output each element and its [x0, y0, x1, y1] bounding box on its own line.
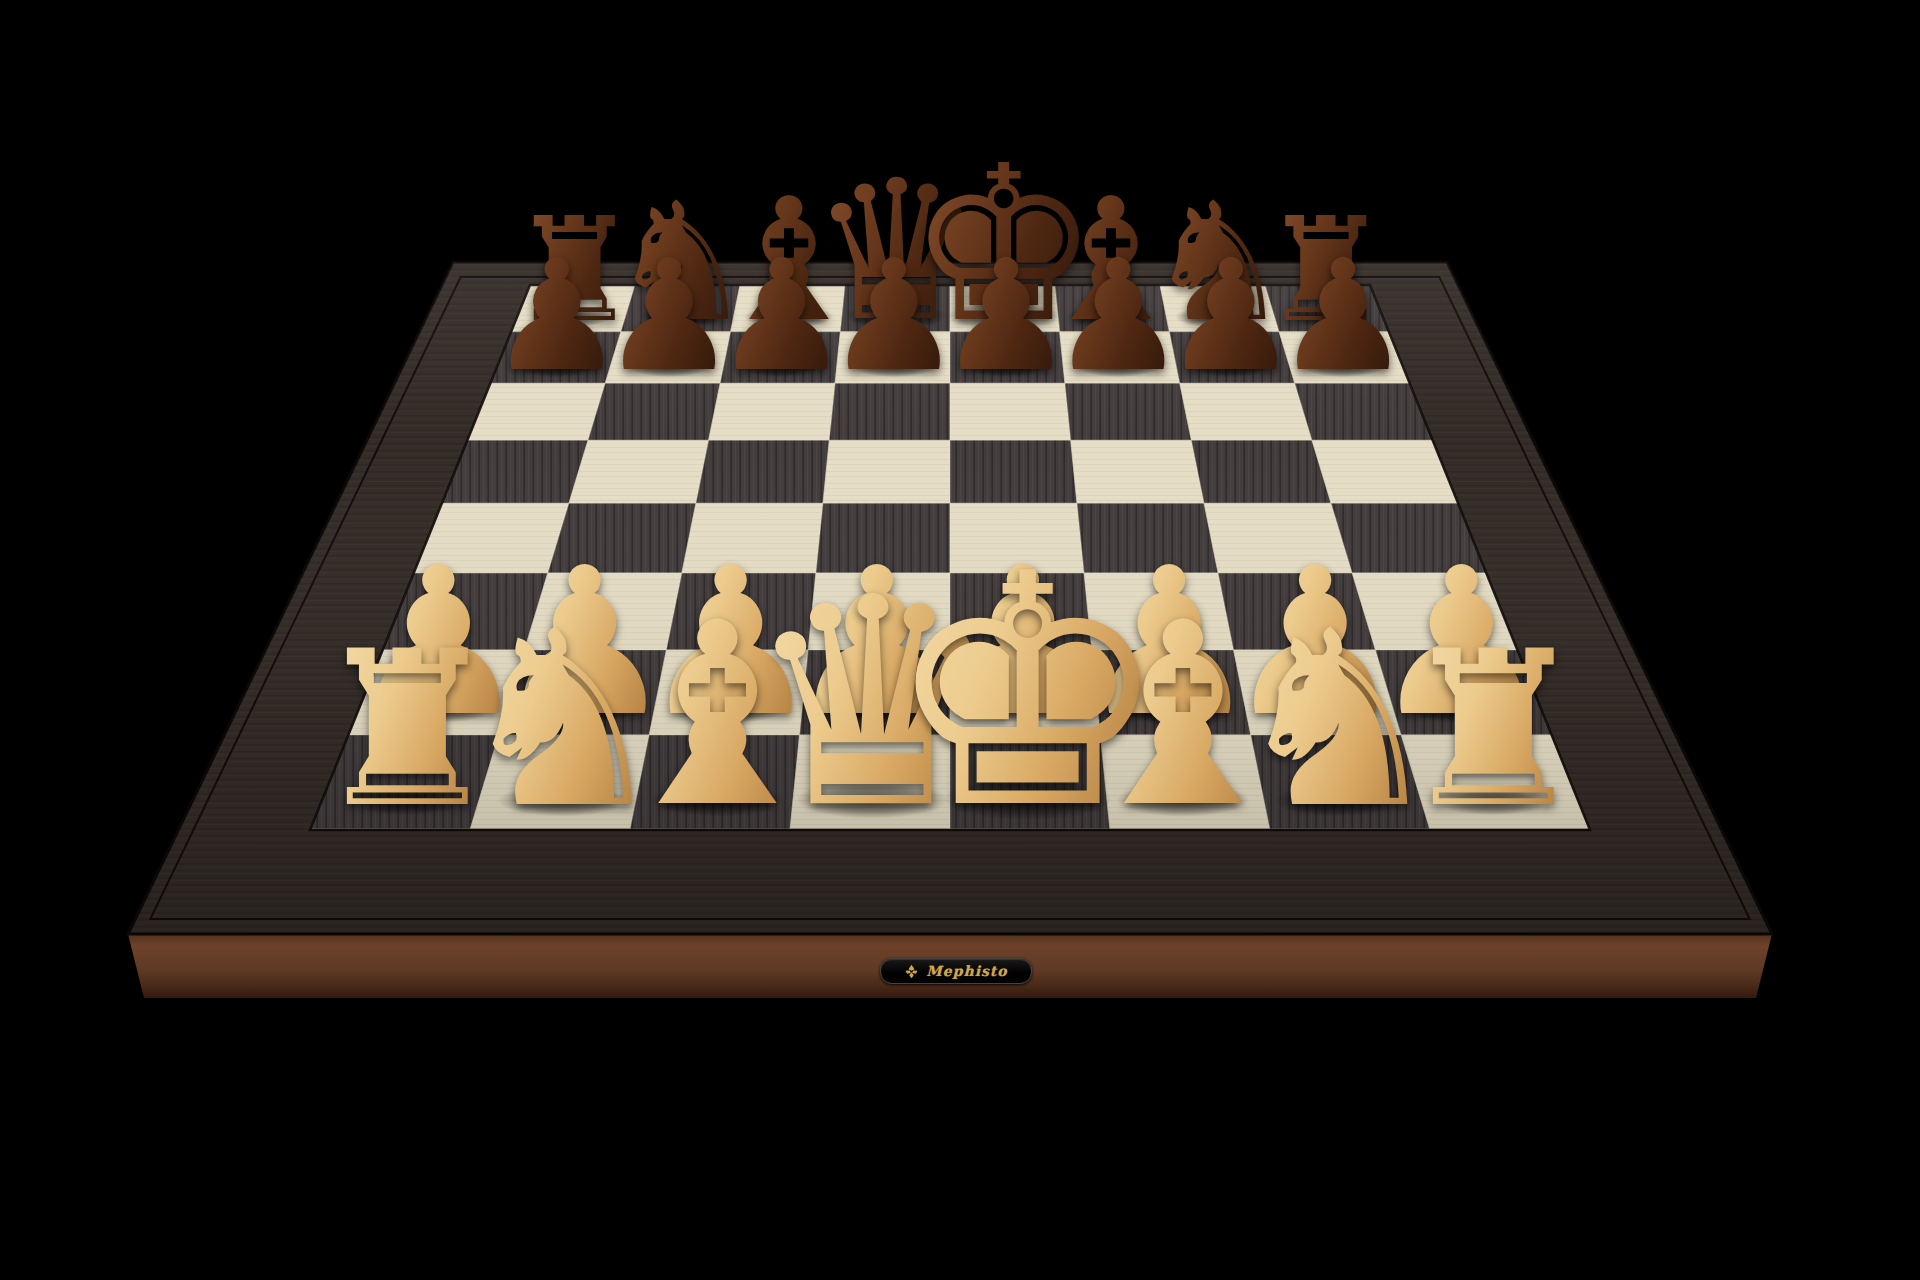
pieces-layer: ♜♞♝♛♚♝♞♜♟♟♟♟♟♟♟♟♟♟♟♟♟♟♟♟♜♞♝♛♚♝♞♜ [0, 0, 1920, 1280]
mephisto-plaque: Mephisto [880, 958, 1032, 984]
board-photo-stage: ♜♞♝♛♚♝♞♜♟♟♟♟♟♟♟♟♟♟♟♟♟♟♟♟♜♞♝♛♚♝♞♜ Mephist… [0, 0, 1920, 1280]
piece-white-rook-h1[interactable]: ♜ [1397, 623, 1589, 837]
piece-black-pawn-h7[interactable]: ♟ [1274, 240, 1412, 394]
mephisto-logo-icon [904, 964, 919, 979]
mephisto-label: Mephisto [926, 963, 1007, 979]
